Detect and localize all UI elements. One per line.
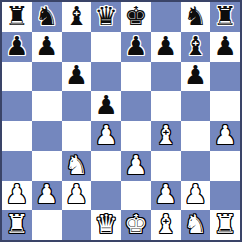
piece-white-pawn[interactable]: ♟	[65, 181, 88, 207]
square-g7[interactable]: ♝	[181, 32, 211, 62]
piece-white-pawn[interactable]: ♟	[35, 181, 58, 207]
piece-white-pawn[interactable]: ♟	[184, 181, 207, 207]
square-g6[interactable]: ♟	[181, 62, 211, 92]
square-h2[interactable]	[210, 181, 240, 211]
square-d3[interactable]	[91, 151, 121, 181]
square-c1[interactable]	[62, 210, 92, 240]
square-d4[interactable]: ♟	[91, 121, 121, 151]
piece-white-pawn[interactable]: ♟	[213, 122, 236, 148]
square-e4[interactable]	[121, 121, 151, 151]
piece-black-rook[interactable]: ♜	[5, 3, 28, 29]
square-d6[interactable]	[91, 62, 121, 92]
piece-white-bishop[interactable]: ♝	[154, 122, 177, 148]
square-a2[interactable]: ♟	[2, 181, 32, 211]
square-h7[interactable]: ♟	[210, 32, 240, 62]
square-f5[interactable]	[151, 91, 181, 121]
piece-black-knight[interactable]: ♞	[35, 3, 58, 29]
square-d2[interactable]	[91, 181, 121, 211]
piece-black-knight[interactable]: ♞	[184, 3, 207, 29]
square-e8[interactable]: ♚	[121, 2, 151, 32]
square-e5[interactable]	[121, 91, 151, 121]
square-g1[interactable]: ♞	[181, 210, 211, 240]
square-d5[interactable]: ♟	[91, 91, 121, 121]
square-f1[interactable]: ♝	[151, 210, 181, 240]
piece-black-pawn[interactable]: ♟	[65, 62, 88, 88]
piece-white-knight[interactable]: ♞	[65, 152, 88, 178]
square-a8[interactable]: ♜	[2, 2, 32, 32]
square-d8[interactable]: ♛	[91, 2, 121, 32]
piece-white-pawn[interactable]: ♟	[154, 181, 177, 207]
square-b8[interactable]: ♞	[32, 2, 62, 32]
square-a4[interactable]	[2, 121, 32, 151]
square-b5[interactable]	[32, 91, 62, 121]
piece-black-bishop[interactable]: ♝	[184, 33, 207, 59]
square-e7[interactable]: ♟	[121, 32, 151, 62]
piece-white-pawn[interactable]: ♟	[5, 181, 28, 207]
piece-black-queen[interactable]: ♛	[94, 3, 117, 29]
chess-board-container: ♜♞♝♛♚♞♜♟♟♟♟♝♟♟♟♟♟♝♟♞♟♟♟♟♟♟♜♛♚♝♞♜	[0, 0, 242, 242]
square-h1[interactable]: ♜	[210, 210, 240, 240]
square-e1[interactable]: ♚	[121, 210, 151, 240]
chess-board: ♜♞♝♛♚♞♜♟♟♟♟♝♟♟♟♟♟♝♟♞♟♟♟♟♟♟♜♛♚♝♞♜	[0, 0, 242, 242]
square-e6[interactable]	[121, 62, 151, 92]
square-h8[interactable]: ♜	[210, 2, 240, 32]
square-g8[interactable]: ♞	[181, 2, 211, 32]
piece-white-pawn[interactable]: ♟	[94, 122, 117, 148]
piece-white-knight[interactable]: ♞	[184, 211, 207, 237]
piece-black-pawn[interactable]: ♟	[184, 62, 207, 88]
square-b2[interactable]: ♟	[32, 181, 62, 211]
square-h4[interactable]: ♟	[210, 121, 240, 151]
square-c7[interactable]	[62, 32, 92, 62]
square-d1[interactable]: ♛	[91, 210, 121, 240]
piece-black-pawn[interactable]: ♟	[213, 33, 236, 59]
square-c6[interactable]: ♟	[62, 62, 92, 92]
piece-white-rook[interactable]: ♜	[5, 211, 28, 237]
square-g4[interactable]	[181, 121, 211, 151]
square-f6[interactable]	[151, 62, 181, 92]
square-f4[interactable]: ♝	[151, 121, 181, 151]
piece-white-king[interactable]: ♚	[124, 211, 147, 237]
square-c4[interactable]	[62, 121, 92, 151]
square-g2[interactable]: ♟	[181, 181, 211, 211]
piece-black-king[interactable]: ♚	[124, 3, 147, 29]
square-f3[interactable]	[151, 151, 181, 181]
square-f7[interactable]: ♟	[151, 32, 181, 62]
piece-white-bishop[interactable]: ♝	[154, 211, 177, 237]
square-b4[interactable]	[32, 121, 62, 151]
square-h6[interactable]	[210, 62, 240, 92]
piece-black-pawn[interactable]: ♟	[124, 33, 147, 59]
piece-white-queen[interactable]: ♛	[94, 211, 117, 237]
square-g3[interactable]	[181, 151, 211, 181]
square-b6[interactable]	[32, 62, 62, 92]
square-a6[interactable]	[2, 62, 32, 92]
square-h3[interactable]	[210, 151, 240, 181]
square-c5[interactable]	[62, 91, 92, 121]
square-e2[interactable]	[121, 181, 151, 211]
piece-black-pawn[interactable]: ♟	[94, 92, 117, 118]
square-c2[interactable]: ♟	[62, 181, 92, 211]
square-a5[interactable]	[2, 91, 32, 121]
piece-black-rook[interactable]: ♜	[213, 3, 236, 29]
piece-black-pawn[interactable]: ♟	[5, 33, 28, 59]
square-h5[interactable]	[210, 91, 240, 121]
square-a1[interactable]: ♜	[2, 210, 32, 240]
square-c3[interactable]: ♞	[62, 151, 92, 181]
piece-white-pawn[interactable]: ♟	[124, 152, 147, 178]
square-b1[interactable]	[32, 210, 62, 240]
piece-black-pawn[interactable]: ♟	[35, 33, 58, 59]
square-b3[interactable]	[32, 151, 62, 181]
piece-black-bishop[interactable]: ♝	[65, 3, 88, 29]
square-f2[interactable]: ♟	[151, 181, 181, 211]
square-e3[interactable]: ♟	[121, 151, 151, 181]
piece-black-pawn[interactable]: ♟	[154, 33, 177, 59]
square-c8[interactable]: ♝	[62, 2, 92, 32]
piece-white-rook[interactable]: ♜	[213, 211, 236, 237]
square-b7[interactable]: ♟	[32, 32, 62, 62]
square-g5[interactable]	[181, 91, 211, 121]
square-f8[interactable]	[151, 2, 181, 32]
square-a3[interactable]	[2, 151, 32, 181]
square-a7[interactable]: ♟	[2, 32, 32, 62]
square-d7[interactable]	[91, 32, 121, 62]
